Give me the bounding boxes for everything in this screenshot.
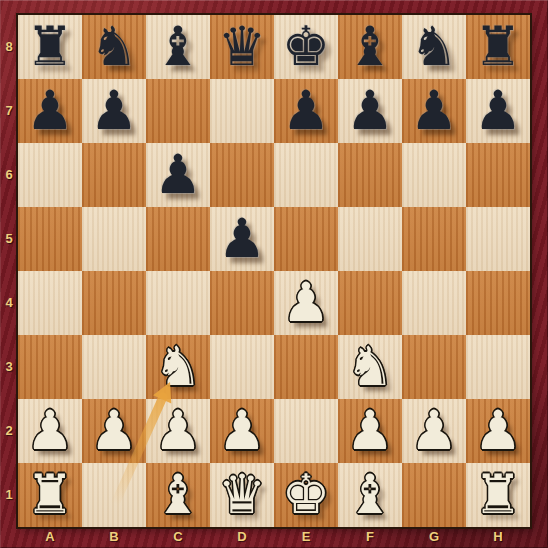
rank-label-4: 4 [0,271,18,335]
piece-bP-h7[interactable]: ♟ [474,84,522,138]
square-e8[interactable]: ♚ [274,15,338,79]
square-c6[interactable]: ♟ [146,143,210,207]
piece-bN-b8[interactable]: ♞ [90,20,138,74]
square-c2[interactable]: ♟ [146,399,210,463]
square-e5[interactable] [274,207,338,271]
square-f7[interactable]: ♟ [338,79,402,143]
square-e7[interactable]: ♟ [274,79,338,143]
square-c4[interactable] [146,271,210,335]
rank-label-7: 7 [0,79,18,143]
square-e4[interactable]: ♟ [274,271,338,335]
square-a6[interactable] [18,143,82,207]
file-labels: ABCDEFGH [18,528,530,548]
square-b7[interactable]: ♟ [82,79,146,143]
square-c1[interactable]: ♝ [146,463,210,527]
square-h8[interactable]: ♜ [466,15,530,79]
square-h7[interactable]: ♟ [466,79,530,143]
square-f5[interactable] [338,207,402,271]
square-g5[interactable] [402,207,466,271]
piece-bB-f8[interactable]: ♝ [346,20,394,74]
piece-bP-g7[interactable]: ♟ [410,84,458,138]
square-b1[interactable] [82,463,146,527]
square-d5[interactable]: ♟ [210,207,274,271]
rank-label-8: 8 [0,15,18,79]
square-a4[interactable] [18,271,82,335]
file-label-b: B [82,528,146,548]
square-b2[interactable]: ♟ [82,399,146,463]
square-a7[interactable]: ♟ [18,79,82,143]
rank-label-5: 5 [0,207,18,271]
rank-label-2: 2 [0,399,18,463]
square-d6[interactable] [210,143,274,207]
piece-bP-c6[interactable]: ♟ [154,148,202,202]
piece-bR-a8[interactable]: ♜ [26,20,74,74]
square-c8[interactable]: ♝ [146,15,210,79]
square-h6[interactable] [466,143,530,207]
square-d7[interactable] [210,79,274,143]
square-f2[interactable]: ♟ [338,399,402,463]
piece-wP-b2[interactable]: ♟ [90,404,138,458]
piece-wN-f3[interactable]: ♞ [346,340,394,394]
square-e6[interactable] [274,143,338,207]
square-a8[interactable]: ♜ [18,15,82,79]
file-label-d: D [210,528,274,548]
square-f4[interactable] [338,271,402,335]
piece-bQ-d8[interactable]: ♛ [218,20,266,74]
piece-wR-h1[interactable]: ♜ [474,468,522,522]
square-b4[interactable] [82,271,146,335]
square-h4[interactable] [466,271,530,335]
square-g7[interactable]: ♟ [402,79,466,143]
piece-bK-e8[interactable]: ♚ [282,20,330,74]
piece-wB-f1[interactable]: ♝ [346,468,394,522]
piece-bN-g8[interactable]: ♞ [410,20,458,74]
file-label-h: H [466,528,530,548]
square-c7[interactable] [146,79,210,143]
square-e1[interactable]: ♚ [274,463,338,527]
piece-wP-c2[interactable]: ♟ [154,404,202,458]
file-label-e: E [274,528,338,548]
piece-wP-f2[interactable]: ♟ [346,404,394,458]
square-g3[interactable] [402,335,466,399]
rank-label-1: 1 [0,463,18,527]
piece-wK-e1[interactable]: ♚ [282,468,330,522]
square-c5[interactable] [146,207,210,271]
chess-board[interactable]: ♜♞♝♛♚♝♞♜♟♟♟♟♟♟♟♟♟♞♞♟♟♟♟♟♟♟♜♝♛♚♝♜ [18,15,530,527]
piece-bB-c8[interactable]: ♝ [154,20,202,74]
square-d2[interactable]: ♟ [210,399,274,463]
square-h1[interactable]: ♜ [466,463,530,527]
rank-label-6: 6 [0,143,18,207]
piece-wR-a1[interactable]: ♜ [26,468,74,522]
square-d1[interactable]: ♛ [210,463,274,527]
square-b5[interactable] [82,207,146,271]
piece-wB-c1[interactable]: ♝ [154,468,202,522]
square-h2[interactable]: ♟ [466,399,530,463]
square-d3[interactable] [210,335,274,399]
square-h5[interactable] [466,207,530,271]
piece-bP-a7[interactable]: ♟ [26,84,74,138]
square-g1[interactable] [402,463,466,527]
piece-bP-e7[interactable]: ♟ [282,84,330,138]
square-c3[interactable]: ♞ [146,335,210,399]
square-g4[interactable] [402,271,466,335]
rank-labels: 87654321 [0,15,18,527]
piece-wN-c3[interactable]: ♞ [154,340,202,394]
square-f6[interactable] [338,143,402,207]
square-b8[interactable]: ♞ [82,15,146,79]
square-g6[interactable] [402,143,466,207]
piece-wP-g2[interactable]: ♟ [410,404,458,458]
piece-wP-e4[interactable]: ♟ [282,276,330,330]
square-a1[interactable]: ♜ [18,463,82,527]
square-a2[interactable]: ♟ [18,399,82,463]
piece-bP-f7[interactable]: ♟ [346,84,394,138]
piece-wP-a2[interactable]: ♟ [26,404,74,458]
file-label-f: F [338,528,402,548]
square-e3[interactable] [274,335,338,399]
rank-label-3: 3 [0,335,18,399]
file-label-g: G [402,528,466,548]
piece-wP-h2[interactable]: ♟ [474,404,522,458]
square-d8[interactable]: ♛ [210,15,274,79]
square-f8[interactable]: ♝ [338,15,402,79]
square-e2[interactable] [274,399,338,463]
square-a5[interactable] [18,207,82,271]
square-b3[interactable] [82,335,146,399]
piece-bP-b7[interactable]: ♟ [90,84,138,138]
piece-bP-d5[interactable]: ♟ [218,212,266,266]
piece-wQ-d1[interactable]: ♛ [218,468,266,522]
file-label-c: C [146,528,210,548]
square-f1[interactable]: ♝ [338,463,402,527]
square-g2[interactable]: ♟ [402,399,466,463]
piece-bR-h8[interactable]: ♜ [474,20,522,74]
square-b6[interactable] [82,143,146,207]
square-f3[interactable]: ♞ [338,335,402,399]
square-a3[interactable] [18,335,82,399]
file-label-a: A [18,528,82,548]
square-d4[interactable] [210,271,274,335]
square-g8[interactable]: ♞ [402,15,466,79]
piece-wP-d2[interactable]: ♟ [218,404,266,458]
chess-board-frame: 87654321 ♜♞♝♛♚♝♞♜♟♟♟♟♟♟♟♟♟♞♞♟♟♟♟♟♟♟♜♝♛♚♝… [0,0,548,548]
square-h3[interactable] [466,335,530,399]
